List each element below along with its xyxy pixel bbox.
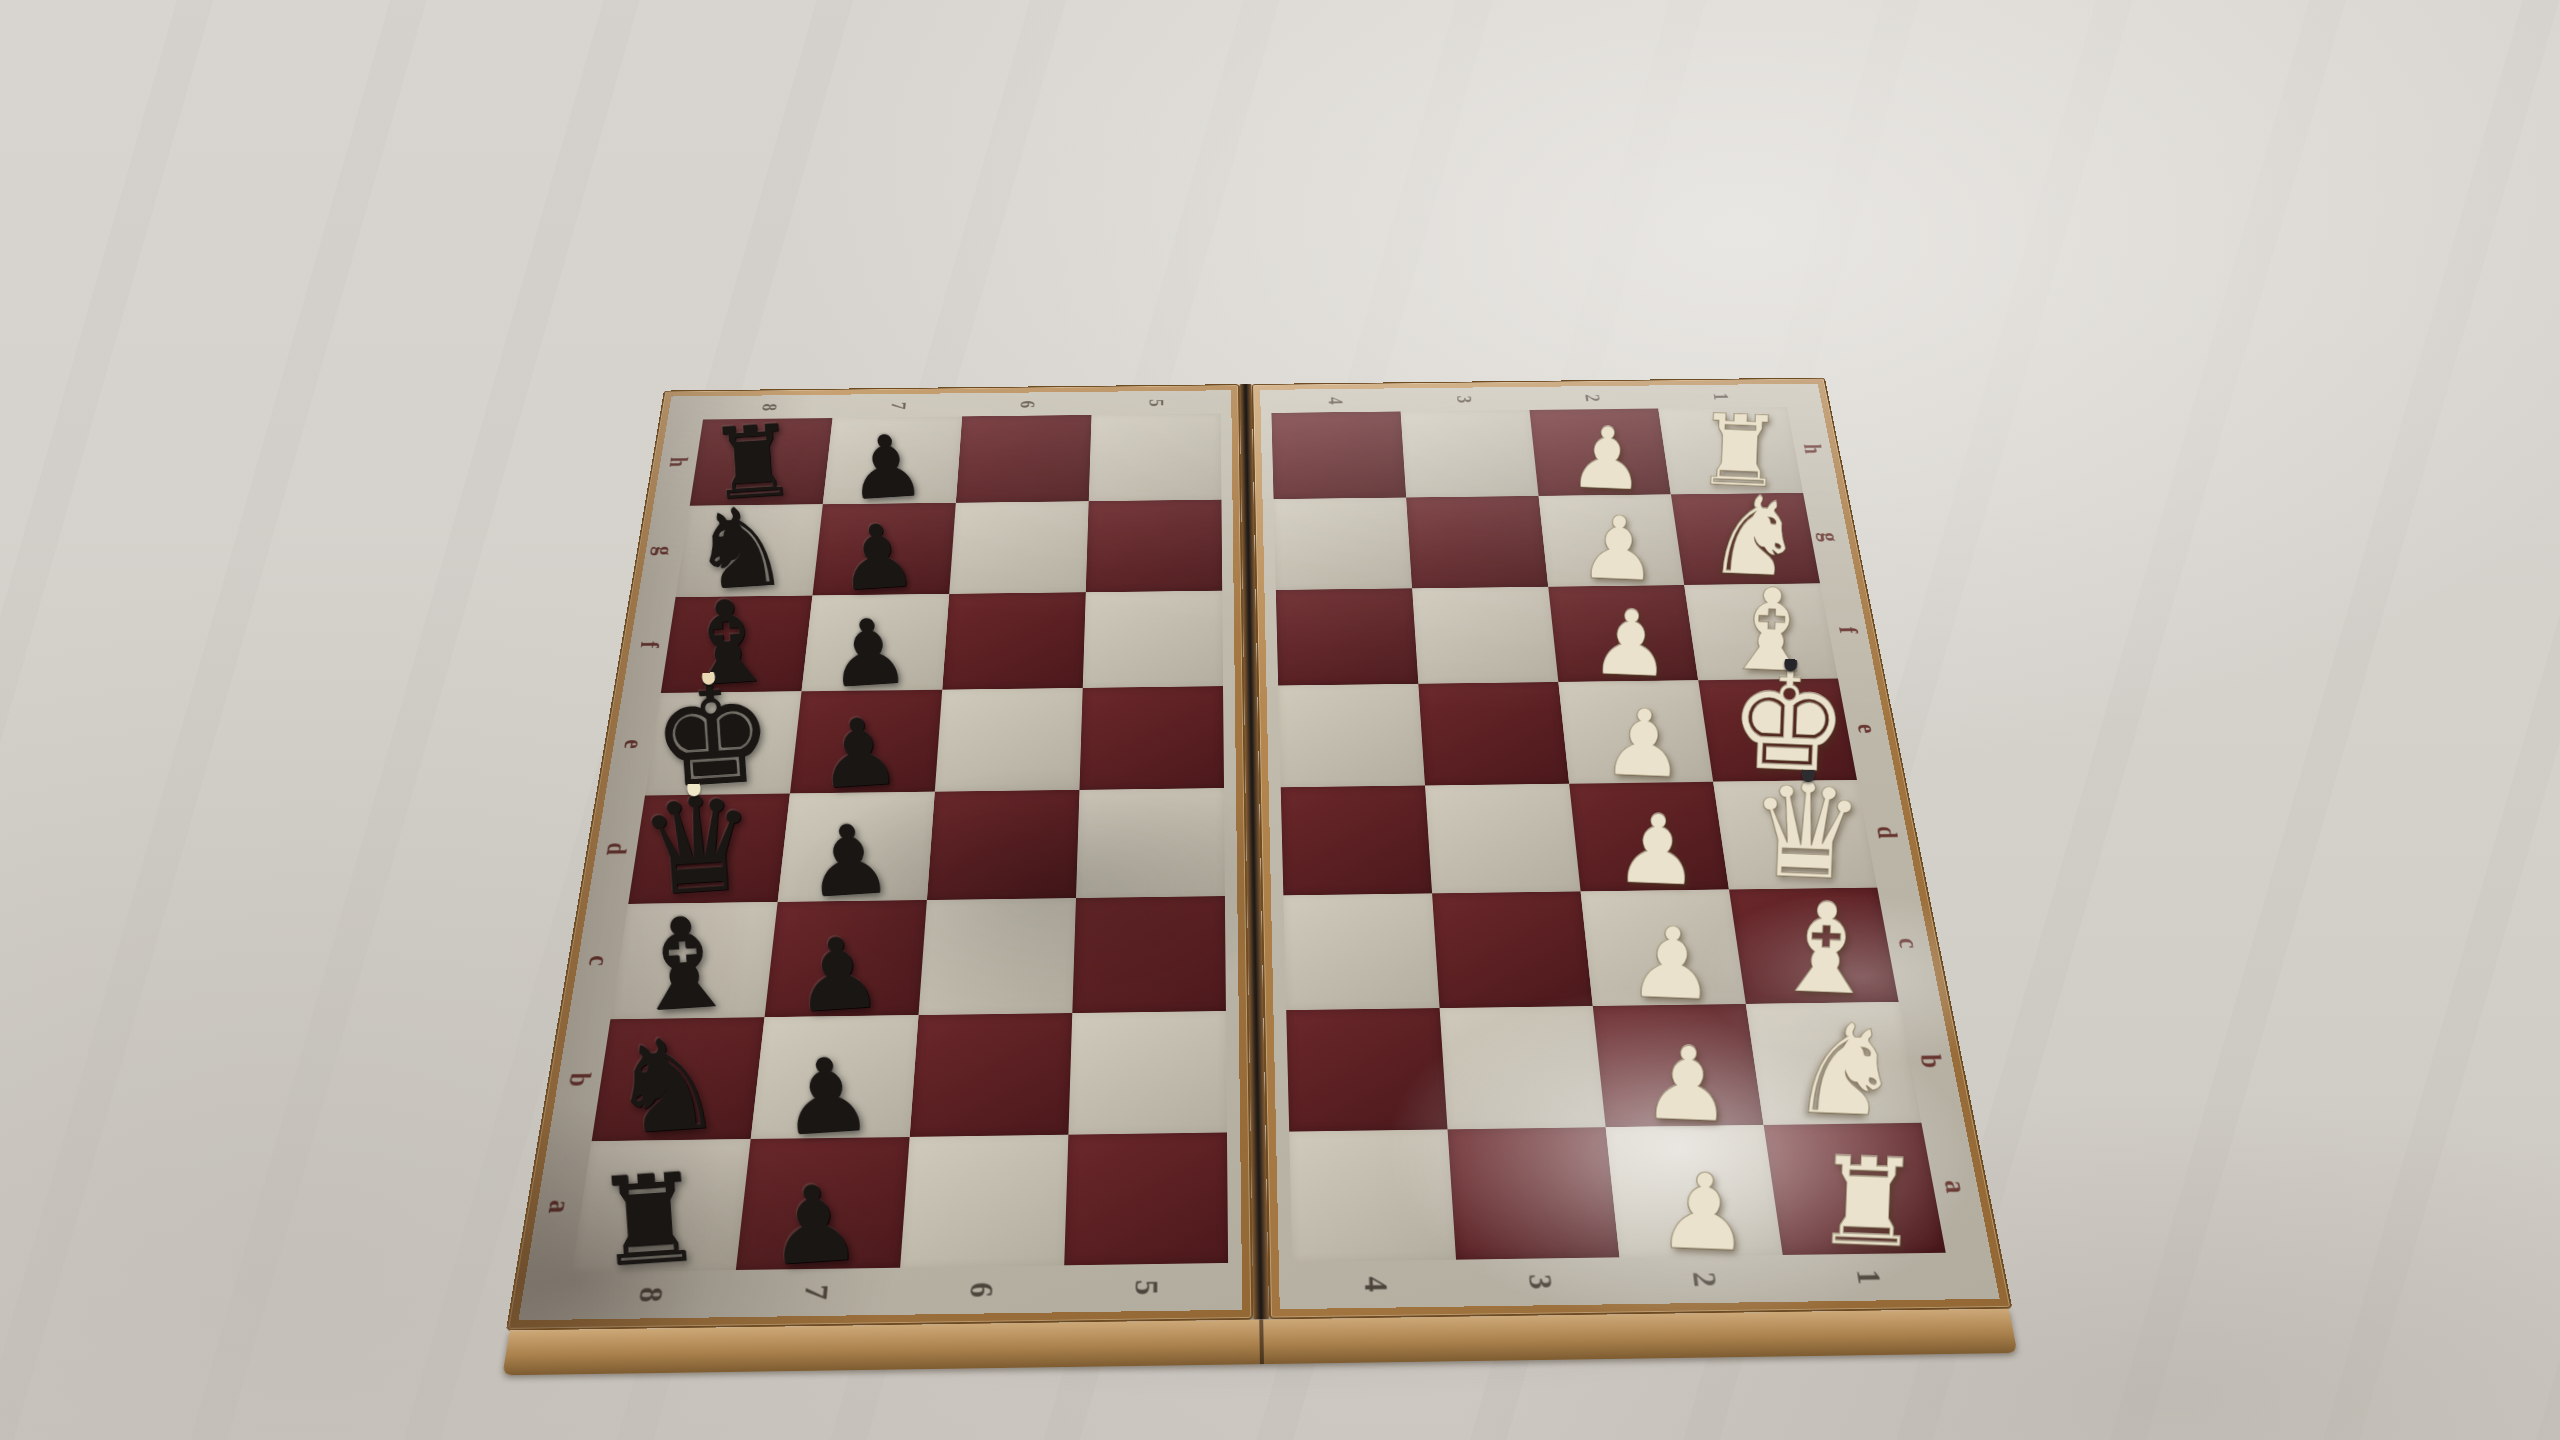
- square-b2[interactable]: ♟: [1593, 1004, 1764, 1128]
- square-a6[interactable]: [900, 1135, 1068, 1268]
- square-h4[interactable]: [1271, 411, 1406, 498]
- square-b5[interactable]: [1068, 1011, 1227, 1135]
- piece-white-bishop-c1[interactable]: ♝: [1768, 889, 1883, 1011]
- rank-label-top-6: 6: [962, 392, 1092, 417]
- square-c1[interactable]: ♝: [1729, 887, 1899, 1003]
- piece-black-pawn-d7[interactable]: ♟: [803, 813, 895, 910]
- piece-glyph: ♟: [1613, 804, 1702, 898]
- file-label-left-e-text: e: [617, 739, 649, 749]
- rank-label-bottom-2-text: 2: [1685, 1272, 1724, 1288]
- rank-label-bottom-7-text: 7: [796, 1284, 835, 1300]
- rank-label-top-5-text: 5: [1144, 399, 1168, 407]
- square-c6[interactable]: [919, 898, 1076, 1015]
- rank-label-top-6-text: 6: [1015, 400, 1039, 408]
- rank-label-top-1-text: 1: [1708, 392, 1733, 400]
- square-f2[interactable]: ♟: [1548, 585, 1698, 682]
- square-c2[interactable]: ♟: [1581, 889, 1746, 1005]
- square-a4[interactable]: [1289, 1130, 1456, 1262]
- square-f3[interactable]: [1412, 586, 1558, 684]
- square-d8[interactable]: ♛: [628, 794, 790, 904]
- square-f6[interactable]: [942, 592, 1086, 690]
- piece-black-pawn-h7[interactable]: ♟: [845, 425, 927, 511]
- square-h3[interactable]: [1401, 410, 1539, 497]
- rank-label-top-2-text: 2: [1580, 394, 1605, 402]
- piece-black-pawn-a7[interactable]: ♟: [763, 1173, 864, 1279]
- square-c7[interactable]: ♟: [765, 900, 927, 1017]
- piece-white-pawn-c2[interactable]: ♟: [1626, 915, 1718, 1012]
- square-d1[interactable]: ♛: [1713, 780, 1877, 889]
- file-label-right-g-text: g: [1815, 532, 1845, 542]
- scene: { "game": "chess", "scene_kind": "overhe…: [0, 0, 2560, 1440]
- piece-white-pawn-f2[interactable]: ♟: [1589, 599, 1673, 688]
- file-label-right-b: b: [1899, 1001, 1965, 1123]
- piece-glyph: ♟: [763, 1173, 864, 1279]
- rank-label-bottom-6: 6: [897, 1265, 1065, 1314]
- file-label-left-a-text: a: [541, 1199, 578, 1213]
- square-c8[interactable]: ♝: [610, 902, 777, 1019]
- piece-white-pawn-a2[interactable]: ♟: [1655, 1162, 1753, 1266]
- piece-black-pawn-e7[interactable]: ♟: [814, 707, 903, 801]
- board-right-half: 44332211hgfedcba♟♜♟♞♟♝♟♚♟♛♟♝♟♞♟♜: [1252, 378, 2013, 1320]
- square-c5[interactable]: [1072, 896, 1226, 1013]
- file-label-left-h-text: h: [664, 457, 694, 467]
- square-b8[interactable]: ♞: [592, 1017, 765, 1142]
- piece-glyph: ♟: [1600, 698, 1686, 789]
- rank-label-bottom-3-text: 3: [1521, 1274, 1559, 1290]
- rank-label-bottom-6-text: 6: [962, 1282, 1000, 1298]
- rank-label-bottom-5: 5: [1063, 1263, 1229, 1312]
- board-halves: 88776655hgfedcba♜♟♞♟♝♟♚♟♛♟♝♟♞♟♜♟ 4433221…: [506, 378, 2013, 1331]
- piece-glyph: ♜: [1811, 1144, 1923, 1263]
- square-d4[interactable]: [1281, 785, 1432, 895]
- piece-black-pawn-g7[interactable]: ♟: [835, 514, 919, 602]
- rank-label-bottom-1-text: 1: [1848, 1269, 1888, 1285]
- rank-label-top-7: 7: [833, 393, 964, 418]
- square-d5[interactable]: [1076, 788, 1225, 898]
- square-d7[interactable]: ♟: [778, 792, 935, 902]
- file-label-right-b-text: b: [1913, 1054, 1949, 1068]
- board-left-half: 88776655hgfedcba♜♟♞♟♝♟♚♟♛♟♝♟♞♟♜♟: [506, 384, 1253, 1330]
- file-label-left-g-text: g: [649, 546, 679, 556]
- piece-glyph: ♟: [790, 925, 885, 1025]
- board-left-half-playfield: 88776655hgfedcba♜♟♞♟♝♟♚♟♛♟♝♟♞♟♜♟: [518, 390, 1242, 1320]
- square-h7[interactable]: ♟: [823, 416, 962, 504]
- piece-black-rook-a8[interactable]: ♜: [590, 1160, 707, 1282]
- square-h5[interactable]: [1089, 414, 1222, 502]
- square-g6[interactable]: [949, 501, 1088, 594]
- rank-label-bottom-3: 3: [1456, 1257, 1624, 1306]
- square-d2[interactable]: ♟: [1569, 782, 1729, 891]
- square-a2[interactable]: ♟: [1606, 1125, 1783, 1257]
- square-a8[interactable]: ♜: [571, 1139, 750, 1272]
- piece-glyph: ♟: [803, 813, 895, 910]
- rank-label-top-3-text: 3: [1452, 395, 1476, 403]
- rank-label-bottom-4: 4: [1292, 1260, 1459, 1309]
- square-a3[interactable]: [1448, 1127, 1620, 1259]
- piece-glyph: ♝: [623, 902, 743, 1028]
- rank-label-top-2: 2: [1527, 385, 1658, 410]
- piece-white-pawn-g2[interactable]: ♟: [1578, 506, 1660, 592]
- piece-glyph: ♟: [1626, 915, 1718, 1012]
- square-b7[interactable]: ♟: [751, 1015, 919, 1140]
- piece-glyph: ♞: [605, 1023, 727, 1151]
- chess-board: 88776655hgfedcba♜♟♞♟♝♟♚♟♛♟♝♟♞♟♜♟ 4433221…: [498, 378, 2022, 1378]
- piece-glyph: ♟: [814, 707, 903, 801]
- square-f4[interactable]: [1276, 588, 1419, 686]
- piece-white-pawn-h2[interactable]: ♟: [1567, 417, 1646, 501]
- file-label-left-d-text: d: [600, 843, 634, 856]
- square-e7[interactable]: ♟: [790, 690, 942, 794]
- piece-white-rook-a1[interactable]: ♜: [1811, 1144, 1923, 1263]
- rank-label-bottom-8-text: 8: [631, 1287, 670, 1303]
- square-h2[interactable]: ♟: [1529, 409, 1670, 496]
- square-a1[interactable]: ♜: [1764, 1123, 1946, 1255]
- rank-label-top-5: 5: [1091, 390, 1220, 415]
- piece-black-pawn-c7[interactable]: ♟: [790, 925, 885, 1025]
- piece-glyph: ♟: [835, 514, 919, 602]
- piece-white-pawn-e2[interactable]: ♟: [1600, 698, 1686, 789]
- file-label-left-c-text: c: [582, 955, 616, 966]
- file-label-left-b-text: b: [562, 1072, 598, 1086]
- piece-black-pawn-f7[interactable]: ♟: [825, 608, 912, 699]
- square-b6[interactable]: [910, 1013, 1073, 1137]
- rank-label-top-4: 4: [1271, 388, 1401, 413]
- rank-label-top-7-text: 7: [886, 402, 910, 410]
- square-e5[interactable]: [1079, 686, 1224, 790]
- piece-glyph: ♞: [1787, 1009, 1904, 1133]
- square-a5[interactable]: [1064, 1133, 1228, 1266]
- file-label-right-c-text: c: [1891, 938, 1925, 949]
- piece-white-knight-b1[interactable]: ♞: [1787, 1009, 1904, 1133]
- square-e3[interactable]: [1418, 682, 1569, 785]
- piece-glyph: ♝: [1768, 889, 1883, 1011]
- square-f7[interactable]: ♟: [802, 594, 950, 692]
- piece-glyph: ♟: [845, 425, 927, 511]
- piece-black-pawn-b7[interactable]: ♟: [777, 1045, 875, 1148]
- piece-glyph: ♟: [825, 608, 912, 699]
- square-c4[interactable]: [1283, 893, 1439, 1010]
- rank-label-top-3: 3: [1399, 387, 1529, 412]
- square-c3[interactable]: [1432, 891, 1593, 1007]
- square-d3[interactable]: [1425, 784, 1581, 894]
- square-h6[interactable]: [956, 415, 1092, 503]
- square-g3[interactable]: [1406, 496, 1548, 588]
- square-f5[interactable]: [1083, 590, 1223, 688]
- file-label-right-a-text: a: [1937, 1180, 1974, 1194]
- piece-glyph: ♟: [1589, 599, 1673, 688]
- piece-glyph: ♟: [777, 1045, 875, 1148]
- square-d6[interactable]: [927, 790, 1080, 900]
- square-g4[interactable]: [1274, 497, 1413, 589]
- file-label-right-h-text: h: [1798, 444, 1828, 454]
- piece-white-pawn-d2[interactable]: ♟: [1613, 804, 1702, 898]
- piece-glyph: ♟: [1578, 506, 1660, 592]
- square-e6[interactable]: [935, 688, 1083, 792]
- piece-glyph: ♟: [1655, 1162, 1753, 1266]
- rank-label-top-8-text: 8: [757, 403, 782, 411]
- box-side-hinge-seam: [1259, 1320, 1264, 1365]
- square-a7[interactable]: ♟: [736, 1137, 910, 1270]
- rank-label-top-4-text: 4: [1323, 397, 1347, 405]
- replacement-finial-e1: [1784, 656, 1797, 672]
- piece-black-bishop-c8[interactable]: ♝: [623, 902, 743, 1028]
- square-g5[interactable]: [1086, 500, 1222, 592]
- square-g7[interactable]: ♟: [812, 503, 955, 596]
- file-label-right-f-text: f: [1832, 627, 1863, 634]
- rank-label-bottom-4-text: 4: [1356, 1276, 1394, 1292]
- piece-glyph: ♜: [590, 1160, 707, 1282]
- replacement-finial-e8: [701, 669, 715, 685]
- piece-white-pawn-b2[interactable]: ♟: [1640, 1034, 1735, 1134]
- piece-glyph: ♟: [1567, 417, 1646, 501]
- square-b4[interactable]: [1286, 1008, 1447, 1132]
- piece-glyph: ♟: [1640, 1034, 1735, 1134]
- file-label-left-f-text: f: [634, 641, 665, 648]
- square-e4[interactable]: [1278, 684, 1425, 787]
- board-right-half-playfield: 44332211hgfedcba♟♜♟♞♟♝♟♚♟♛♟♝♟♞♟♜: [1260, 384, 2000, 1310]
- rank-label-bottom-5-text: 5: [1127, 1280, 1164, 1296]
- square-g2[interactable]: ♟: [1539, 494, 1685, 586]
- file-label-right-e-text: e: [1851, 724, 1883, 734]
- square-b3[interactable]: [1440, 1006, 1606, 1130]
- square-b1[interactable]: ♞: [1746, 1002, 1922, 1126]
- square-e2[interactable]: ♟: [1558, 680, 1713, 783]
- file-label-right-d-text: d: [1870, 826, 1904, 839]
- piece-black-knight-b8[interactable]: ♞: [605, 1023, 727, 1151]
